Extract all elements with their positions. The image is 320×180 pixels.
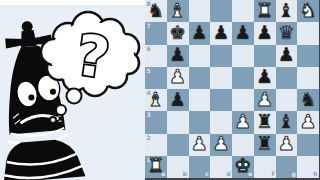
square-a1[interactable]: 1a♜ — [145, 156, 167, 178]
square-f1[interactable]: f — [254, 156, 276, 178]
piece-black-knight[interactable]: ♞ — [147, 1, 164, 20]
square-e8[interactable] — [232, 0, 254, 22]
square-e1[interactable]: e♚ — [232, 156, 254, 178]
square-e4[interactable] — [232, 89, 254, 111]
square-a8[interactable]: 8♞ — [145, 0, 167, 22]
piece-black-bishop[interactable]: ♝ — [278, 1, 295, 20]
square-c7[interactable]: ♟ — [189, 22, 211, 44]
piece-white-knight[interactable]: ♞ — [300, 1, 317, 20]
piece-white-bishop[interactable]: ♝ — [147, 90, 164, 109]
rank-label: 2 — [147, 135, 151, 141]
file-label: c — [205, 171, 209, 177]
square-c4[interactable] — [189, 89, 211, 111]
rank-label: 3 — [147, 112, 151, 118]
piece-black-pawn[interactable]: ♟ — [256, 67, 273, 86]
square-d6[interactable] — [210, 45, 232, 67]
square-f4[interactable]: ♟ — [254, 89, 276, 111]
piece-white-pawn[interactable]: ♟ — [213, 134, 230, 153]
square-d7[interactable]: ♟ — [210, 22, 232, 44]
square-g1[interactable]: g — [276, 156, 298, 178]
piece-white-pawn[interactable]: ♟ — [300, 112, 317, 131]
square-h4[interactable]: ♞ — [297, 89, 319, 111]
square-e2[interactable] — [232, 134, 254, 156]
file-label: d — [226, 171, 230, 177]
square-h8[interactable]: ♞ — [297, 0, 319, 22]
square-d2[interactable]: ♟ — [210, 134, 232, 156]
square-d1[interactable]: d — [210, 156, 232, 178]
square-h2[interactable] — [297, 134, 319, 156]
square-h7[interactable] — [297, 22, 319, 44]
square-c1[interactable]: c — [189, 156, 211, 178]
square-a5[interactable]: 5 — [145, 67, 167, 89]
piece-white-pawn[interactable]: ♟ — [169, 67, 186, 86]
piece-black-rook[interactable]: ♜ — [256, 134, 273, 153]
square-a4[interactable]: 4♝ — [145, 89, 167, 111]
piece-black-pawn[interactable]: ♟ — [169, 90, 186, 109]
square-b4[interactable]: ♟ — [167, 89, 189, 111]
square-h1[interactable]: h — [297, 156, 319, 178]
square-b2[interactable] — [167, 134, 189, 156]
piece-white-king[interactable]: ♚ — [234, 156, 251, 175]
file-label: h — [313, 171, 317, 177]
square-c5[interactable] — [189, 67, 211, 89]
piece-white-pawn[interactable]: ♟ — [234, 112, 251, 131]
square-g3[interactable]: ♝ — [276, 111, 298, 133]
thumbnail: ? 8♞♝♜♝♞7♚♟♟♟♟♛6♟♟5♟♟4♝♟♟♞3♟♜♝♟2♟♟♜♟1a♜b… — [0, 0, 320, 180]
square-d4[interactable] — [210, 89, 232, 111]
square-f3[interactable]: ♜ — [254, 111, 276, 133]
chess-board[interactable]: 8♞♝♜♝♞7♚♟♟♟♟♛6♟♟5♟♟4♝♟♟♞3♟♜♝♟2♟♟♜♟1a♜bcd… — [145, 0, 320, 180]
square-h6[interactable] — [297, 45, 319, 67]
square-f5[interactable]: ♟ — [254, 67, 276, 89]
square-a6[interactable]: 6 — [145, 45, 167, 67]
piece-white-rook[interactable]: ♜ — [147, 156, 164, 175]
square-g8[interactable]: ♝ — [276, 0, 298, 22]
piece-black-knight[interactable]: ♞ — [300, 90, 317, 109]
rank-label: 5 — [147, 68, 151, 74]
square-d3[interactable] — [210, 111, 232, 133]
file-label: f — [271, 171, 274, 177]
square-g6[interactable]: ♟ — [276, 45, 298, 67]
rank-label: 6 — [147, 46, 151, 52]
square-g4[interactable] — [276, 89, 298, 111]
square-b7[interactable]: ♚ — [167, 22, 189, 44]
thinking-king-illustration: ? — [0, 0, 145, 180]
square-a3[interactable]: 3 — [145, 111, 167, 133]
square-c6[interactable] — [189, 45, 211, 67]
square-f6[interactable] — [254, 45, 276, 67]
square-e6[interactable] — [232, 45, 254, 67]
square-e7[interactable]: ♟ — [232, 22, 254, 44]
square-b3[interactable] — [167, 111, 189, 133]
square-d5[interactable] — [210, 67, 232, 89]
piece-white-bishop[interactable]: ♝ — [169, 1, 186, 20]
square-g2[interactable]: ♟ — [276, 134, 298, 156]
rank-label: 7 — [147, 23, 151, 29]
piece-black-queen[interactable]: ♛ — [278, 23, 295, 42]
piece-white-pawn[interactable]: ♟ — [256, 90, 273, 109]
square-h3[interactable]: ♟ — [297, 111, 319, 133]
square-f7[interactable]: ♟ — [254, 22, 276, 44]
square-e3[interactable]: ♟ — [232, 111, 254, 133]
illustration-panel: ? — [0, 0, 145, 180]
square-h5[interactable] — [297, 67, 319, 89]
piece-black-pawn[interactable]: ♟ — [191, 23, 208, 42]
square-f2[interactable]: ♜ — [254, 134, 276, 156]
square-g5[interactable] — [276, 67, 298, 89]
square-c3[interactable] — [189, 111, 211, 133]
square-a2[interactable]: 2 — [145, 134, 167, 156]
piece-black-pawn[interactable]: ♟ — [256, 23, 273, 42]
piece-black-pawn[interactable]: ♟ — [234, 23, 251, 42]
square-g7[interactable]: ♛ — [276, 22, 298, 44]
square-b5[interactable]: ♟ — [167, 67, 189, 89]
piece-black-rook[interactable]: ♜ — [256, 112, 273, 131]
piece-white-pawn[interactable]: ♟ — [191, 134, 208, 153]
piece-white-rook[interactable]: ♜ — [256, 1, 273, 20]
square-c2[interactable]: ♟ — [189, 134, 211, 156]
square-f8[interactable]: ♜ — [254, 0, 276, 22]
piece-black-pawn[interactable]: ♟ — [213, 23, 230, 42]
piece-black-pawn[interactable]: ♟ — [278, 45, 295, 64]
piece-black-bishop[interactable]: ♝ — [278, 112, 295, 131]
piece-white-pawn[interactable]: ♟ — [278, 134, 295, 153]
square-d8[interactable] — [210, 0, 232, 22]
square-a7[interactable]: 7 — [145, 22, 167, 44]
square-b1[interactable]: b — [167, 156, 189, 178]
file-label: g — [291, 171, 295, 177]
piece-black-pawn[interactable]: ♟ — [169, 45, 186, 64]
square-e5[interactable] — [232, 67, 254, 89]
square-b8[interactable]: ♝ — [167, 0, 189, 22]
square-c8[interactable] — [189, 0, 211, 22]
piece-black-king[interactable]: ♚ — [169, 23, 186, 42]
file-label: b — [183, 171, 187, 177]
square-b6[interactable]: ♟ — [167, 45, 189, 67]
